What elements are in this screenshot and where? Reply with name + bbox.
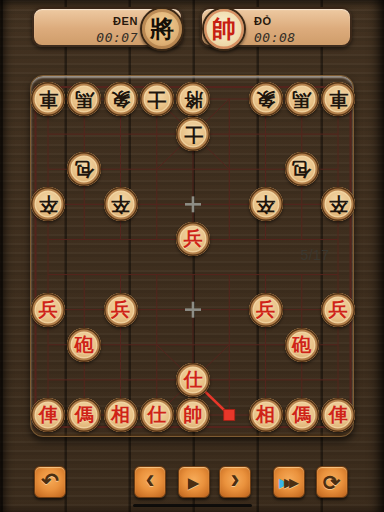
play-icon: ▶: [188, 475, 200, 490]
piece-black-horse[interactable]: 馬: [67, 82, 101, 116]
piece-red-advisor[interactable]: 仕: [176, 363, 210, 397]
red-elephant-glyph: 相: [111, 402, 130, 428]
black-soldier-glyph: 卒: [329, 191, 348, 217]
black-advisor-glyph: 士: [184, 121, 203, 147]
fast-forward-button[interactable]: ▶▶▶: [273, 466, 305, 498]
piece-red-chariot[interactable]: 俥: [321, 398, 355, 432]
move-counter: 5/17: [289, 247, 341, 263]
red-soldier-glyph: 兵: [329, 297, 348, 323]
fast-forward-icon: ▶▶▶: [279, 476, 299, 489]
piece-black-advisor[interactable]: 士: [176, 117, 210, 151]
black-general-glyph: 將: [184, 86, 203, 112]
piece-black-advisor[interactable]: 士: [140, 82, 174, 116]
play-button[interactable]: ▶: [178, 466, 210, 498]
red-horse-glyph: 傌: [75, 402, 94, 428]
red-horse-glyph: 傌: [292, 402, 311, 428]
black-advisor-glyph: 士: [147, 86, 166, 112]
home-indicator: [133, 504, 252, 507]
piece-black-soldier[interactable]: 卒: [249, 187, 283, 221]
red-cannon-glyph: 砲: [75, 332, 94, 358]
red-soldier-glyph: 兵: [111, 297, 130, 323]
black-horse-glyph: 馬: [75, 86, 94, 112]
piece-red-cannon[interactable]: 砲: [67, 328, 101, 362]
piece-black-chariot[interactable]: 車: [31, 82, 65, 116]
black-elephant-glyph: 象: [111, 86, 130, 112]
black-chariot-glyph: 車: [39, 86, 58, 112]
previous-move-icon: ‹: [146, 466, 155, 493]
black-soldier-glyph: 卒: [39, 191, 58, 217]
rotate-board-icon: ⟳: [323, 472, 341, 493]
piece-red-soldier[interactable]: 兵: [321, 293, 355, 327]
piece-black-horse[interactable]: 馬: [285, 82, 319, 116]
piece-black-cannon[interactable]: 包: [285, 152, 319, 186]
piece-red-soldier[interactable]: 兵: [104, 293, 138, 327]
piece-red-elephant[interactable]: 相: [104, 398, 138, 432]
rotate-board-button[interactable]: ⟳: [316, 466, 348, 498]
player-panel-red: 帥 ĐỎ 00:08: [200, 7, 352, 47]
piece-red-horse[interactable]: 傌: [285, 398, 319, 432]
black-chariot-glyph: 車: [329, 86, 348, 112]
red-cannon-glyph: 砲: [292, 332, 311, 358]
xiangqi-board[interactable]: 5/17 車馬象士將象馬車士包包卒卒卒卒兵兵兵兵兵砲砲仕俥傌相仕帥相傌俥: [30, 75, 354, 437]
red-chariot-glyph: 俥: [329, 402, 348, 428]
piece-red-soldier[interactable]: 兵: [249, 293, 283, 327]
piece-red-advisor[interactable]: 仕: [140, 398, 174, 432]
piece-red-cannon[interactable]: 砲: [285, 328, 319, 362]
player-panel-black: ĐEN 00:07 將: [32, 7, 183, 47]
red-advisor-glyph: 仕: [147, 402, 166, 428]
player-red-clock: 00:08: [254, 30, 296, 45]
piece-black-soldier[interactable]: 卒: [104, 187, 138, 221]
red-soldier-glyph: 兵: [256, 297, 275, 323]
black-soldier-glyph: 卒: [111, 191, 130, 217]
red-soldier-glyph: 兵: [184, 226, 203, 252]
red-chariot-glyph: 俥: [39, 402, 58, 428]
black-horse-glyph: 馬: [292, 86, 311, 112]
piece-black-elephant[interactable]: 象: [249, 82, 283, 116]
piece-red-elephant[interactable]: 相: [249, 398, 283, 432]
player-red-name: ĐỎ: [254, 14, 272, 29]
undo-icon: ↶: [41, 470, 59, 491]
piece-red-soldier[interactable]: 兵: [31, 293, 65, 327]
piece-black-elephant[interactable]: 象: [104, 82, 138, 116]
piece-black-general[interactable]: 將: [176, 82, 210, 116]
piece-black-chariot[interactable]: 車: [321, 82, 355, 116]
black-soldier-glyph: 卒: [256, 191, 275, 217]
black-cannon-glyph: 包: [292, 156, 311, 182]
undo-button[interactable]: ↶: [34, 466, 66, 498]
piece-red-chariot[interactable]: 俥: [31, 398, 65, 432]
next-move-icon: ›: [231, 466, 240, 493]
previous-move-button[interactable]: ‹: [134, 466, 166, 498]
next-move-button[interactable]: ›: [219, 466, 251, 498]
red-elephant-glyph: 相: [256, 402, 275, 428]
black-cannon-glyph: 包: [75, 156, 94, 182]
black-general-badge-icon: 將: [140, 7, 184, 51]
red-advisor-glyph: 仕: [184, 367, 203, 393]
player-black-clock: 00:07: [96, 30, 138, 45]
black-elephant-glyph: 象: [256, 86, 275, 112]
piece-red-general[interactable]: 帥: [176, 398, 210, 432]
last-move-origin-square: [224, 409, 235, 420]
app-screen: { "game": "xiangqi", "app": { "players":…: [0, 0, 384, 512]
piece-red-horse[interactable]: 傌: [67, 398, 101, 432]
player-black-name: ĐEN: [113, 14, 138, 29]
red-general-glyph: 帥: [184, 402, 203, 428]
red-soldier-glyph: 兵: [39, 297, 58, 323]
red-general-badge-icon: 帥: [202, 7, 246, 51]
